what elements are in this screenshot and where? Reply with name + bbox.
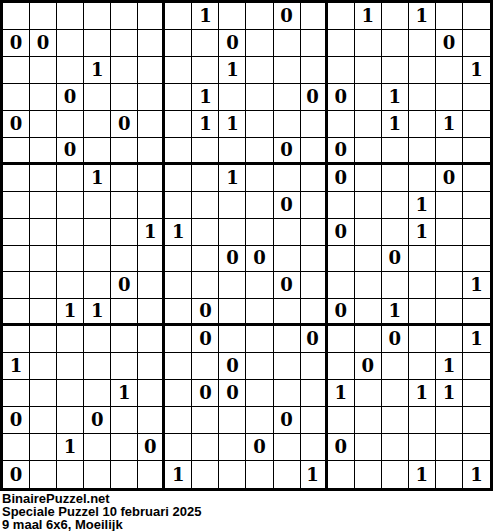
cell-r2-c8-given: 1 [219,57,246,84]
cell-r10-c15[interactable] [409,272,436,299]
cell-r14-c5[interactable] [138,380,165,407]
cell-r14-c12-given: 1 [328,380,355,407]
cell-r10-c12[interactable] [328,272,355,299]
cell-r6-c3-given: 1 [84,165,111,192]
cell-r17-c8[interactable] [219,461,246,488]
cell-r0-c17[interactable] [463,3,490,30]
cell-r9-c11[interactable] [301,246,328,273]
cell-r8-c3[interactable] [84,219,111,246]
cell-r9-c15[interactable] [409,246,436,273]
cell-r14-c0[interactable] [3,380,30,407]
cell-r11-c1[interactable] [30,299,57,326]
cell-r4-c15[interactable] [409,111,436,138]
cell-r9-c17[interactable] [463,246,490,273]
cell-r12-c5[interactable] [138,326,165,353]
cell-r16-c4[interactable] [111,434,138,461]
cell-r15-c0-given: 0 [3,407,30,434]
cell-r4-c1[interactable] [30,111,57,138]
cell-r9-c4[interactable] [111,246,138,273]
cell-r2-c3-given: 1 [84,57,111,84]
cell-r12-c4[interactable] [111,326,138,353]
cell-r10-c14[interactable] [382,272,409,299]
cell-r10-c0[interactable] [3,272,30,299]
cell-r10-c9[interactable] [246,272,273,299]
cell-r8-c9[interactable] [246,219,273,246]
cell-r10-c1[interactable] [30,272,57,299]
cell-r2-c6[interactable] [165,57,192,84]
cell-r17-c12[interactable] [328,461,355,488]
cell-r13-c1[interactable] [30,353,57,380]
cell-r12-c13[interactable] [355,326,382,353]
cell-r16-c13[interactable] [355,434,382,461]
cell-r11-c15[interactable] [409,299,436,326]
cell-r11-c5[interactable] [138,299,165,326]
cell-r8-c8[interactable] [219,219,246,246]
cell-r6-c9[interactable] [246,165,273,192]
cell-r4-c6[interactable] [165,111,192,138]
cell-r13-c2[interactable] [57,353,84,380]
cell-r11-c10[interactable] [274,299,301,326]
cell-r9-c14-given: 0 [382,246,409,273]
cell-r3-c13[interactable] [355,84,382,111]
cell-r5-c8[interactable] [219,138,246,165]
cell-r2-c9[interactable] [246,57,273,84]
cell-r5-c6[interactable] [165,138,192,165]
puzzle-page: 1011000011101001001111000110001110100000… [0,0,493,531]
cell-r16-c15[interactable] [409,434,436,461]
cell-r0-c6[interactable] [165,3,192,30]
cell-r11-c6[interactable] [165,299,192,326]
cell-r11-c0[interactable] [3,299,30,326]
cell-r3-c9[interactable] [246,84,273,111]
cell-r6-c13[interactable] [355,165,382,192]
cell-r3-c12-given: 0 [328,84,355,111]
cell-r17-c13[interactable] [355,461,382,488]
cell-r0-c0[interactable] [3,3,30,30]
cell-r4-c16-given: 1 [436,111,463,138]
cell-r8-c2[interactable] [57,219,84,246]
cell-r5-c12-given: 0 [328,138,355,165]
cell-r8-c0[interactable] [3,219,30,246]
cell-r5-c7[interactable] [192,138,219,165]
cell-r7-c11[interactable] [301,192,328,219]
cell-r13-c11[interactable] [301,353,328,380]
cell-r13-c9[interactable] [246,353,273,380]
cell-r6-c11[interactable] [301,165,328,192]
cell-r7-c13[interactable] [355,192,382,219]
cell-r0-c9[interactable] [246,3,273,30]
cell-r14-c6[interactable] [165,380,192,407]
cell-r8-c7[interactable] [192,219,219,246]
cell-r1-c11[interactable] [301,30,328,57]
cell-r10-c17-given: 1 [463,272,490,299]
cell-r12-c0[interactable] [3,326,30,353]
cell-r7-c15-given: 1 [409,192,436,219]
cell-r9-c2[interactable] [57,246,84,273]
cell-r6-c8-given: 1 [219,165,246,192]
cell-r15-c6[interactable] [165,407,192,434]
cell-r3-c16[interactable] [436,84,463,111]
cell-r1-c15[interactable] [409,30,436,57]
cell-r13-c7[interactable] [192,353,219,380]
cell-r16-c9-given: 0 [246,434,273,461]
cell-r6-c6[interactable] [165,165,192,192]
cell-r10-c2[interactable] [57,272,84,299]
cell-r15-c7[interactable] [192,407,219,434]
cell-r17-c0-given: 0 [3,461,30,488]
cell-r12-c9[interactable] [246,326,273,353]
cell-r7-c0[interactable] [3,192,30,219]
cell-r0-c5[interactable] [138,3,165,30]
cell-r17-c5[interactable] [138,461,165,488]
cell-r17-c4[interactable] [111,461,138,488]
cell-r16-c14[interactable] [382,434,409,461]
cell-r9-c12[interactable] [328,246,355,273]
cell-r0-c4[interactable] [111,3,138,30]
cell-r9-c13[interactable] [355,246,382,273]
cell-r2-c14[interactable] [382,57,409,84]
cell-r8-c13[interactable] [355,219,382,246]
cell-r5-c17[interactable] [463,138,490,165]
cell-r7-c17[interactable] [463,192,490,219]
cell-r2-c16[interactable] [436,57,463,84]
cell-r17-c7[interactable] [192,461,219,488]
cell-r2-c11[interactable] [301,57,328,84]
cell-r11-c7-given: 0 [192,299,219,326]
cell-r10-c3[interactable] [84,272,111,299]
cell-r14-c3[interactable] [84,380,111,407]
cell-r5-c3[interactable] [84,138,111,165]
cell-r7-c14[interactable] [382,192,409,219]
cell-r15-c12[interactable] [328,407,355,434]
cell-r7-c1[interactable] [30,192,57,219]
cell-r8-c4[interactable] [111,219,138,246]
cell-r7-c6[interactable] [165,192,192,219]
cell-r2-c15[interactable] [409,57,436,84]
cell-r8-c6-given: 1 [165,219,192,246]
cell-r17-c14[interactable] [382,461,409,488]
cell-r0-c16[interactable] [436,3,463,30]
cell-r13-c17[interactable] [463,353,490,380]
cell-r1-c9[interactable] [246,30,273,57]
cell-r2-c2[interactable] [57,57,84,84]
cell-r2-c0[interactable] [3,57,30,84]
cell-r15-c5[interactable] [138,407,165,434]
cell-r9-c5[interactable] [138,246,165,273]
cell-r6-c2[interactable] [57,165,84,192]
cell-r14-c11[interactable] [301,380,328,407]
cell-r1-c7[interactable] [192,30,219,57]
cell-r12-c15[interactable] [409,326,436,353]
cell-r7-c9[interactable] [246,192,273,219]
cell-r16-c17[interactable] [463,434,490,461]
cell-r17-c10[interactable] [274,461,301,488]
cell-r6-c15[interactable] [409,165,436,192]
cell-r2-c13[interactable] [355,57,382,84]
cell-r13-c5[interactable] [138,353,165,380]
cell-r6-c16-given: 0 [436,165,463,192]
cell-r9-c0[interactable] [3,246,30,273]
cell-r11-c9[interactable] [246,299,273,326]
cell-r13-c16-given: 1 [436,353,463,380]
cell-r3-c7-given: 1 [192,84,219,111]
cell-r15-c11[interactable] [301,407,328,434]
cell-r7-c12[interactable] [328,192,355,219]
cell-r9-c6[interactable] [165,246,192,273]
cell-r11-c16[interactable] [436,299,463,326]
cell-r2-c1[interactable] [30,57,57,84]
cell-r1-c12[interactable] [328,30,355,57]
cell-r5-c13[interactable] [355,138,382,165]
cell-r0-c2[interactable] [57,3,84,30]
cell-r2-c7[interactable] [192,57,219,84]
cell-r7-c8[interactable] [219,192,246,219]
cell-r10-c8[interactable] [219,272,246,299]
cell-r8-c17[interactable] [463,219,490,246]
cell-r12-c11-given: 0 [301,326,328,353]
cell-r3-c15[interactable] [409,84,436,111]
cell-r15-c14[interactable] [382,407,409,434]
cell-r12-c3[interactable] [84,326,111,353]
cell-r13-c13-given: 0 [355,353,382,380]
cell-r1-c1-given: 0 [30,30,57,57]
cell-r15-c9[interactable] [246,407,273,434]
cell-r14-c10[interactable] [274,380,301,407]
cell-r7-c4[interactable] [111,192,138,219]
cell-r3-c4[interactable] [111,84,138,111]
cell-r8-c10[interactable] [274,219,301,246]
cell-r17-c16[interactable] [436,461,463,488]
cell-r9-c16[interactable] [436,246,463,273]
cell-r14-c14[interactable] [382,380,409,407]
cell-r1-c17[interactable] [463,30,490,57]
cell-r15-c1[interactable] [30,407,57,434]
cell-r12-c8[interactable] [219,326,246,353]
cell-r8-c16[interactable] [436,219,463,246]
cell-r13-c3[interactable] [84,353,111,380]
cell-r4-c10[interactable] [274,111,301,138]
cell-r4-c5[interactable] [138,111,165,138]
cell-r4-c17[interactable] [463,111,490,138]
cell-r11-c11[interactable] [301,299,328,326]
cell-r14-c8-given: 0 [219,380,246,407]
cell-r13-c14[interactable] [382,353,409,380]
cell-r17-c1[interactable] [30,461,57,488]
cell-r1-c10[interactable] [274,30,301,57]
cell-r13-c8-given: 0 [219,353,246,380]
cell-r9-c1[interactable] [30,246,57,273]
cell-r13-c10[interactable] [274,353,301,380]
cell-r2-c10[interactable] [274,57,301,84]
cell-r5-c11[interactable] [301,138,328,165]
cell-r11-c4[interactable] [111,299,138,326]
cell-r7-c10-given: 0 [274,192,301,219]
cell-r9-c3[interactable] [84,246,111,273]
cell-r10-c4-given: 0 [111,272,138,299]
cell-r1-c14[interactable] [382,30,409,57]
cell-r16-c1[interactable] [30,434,57,461]
cell-r14-c17[interactable] [463,380,490,407]
cell-r13-c12[interactable] [328,353,355,380]
cell-r7-c2[interactable] [57,192,84,219]
cell-r0-c12[interactable] [328,3,355,30]
cell-r12-c12[interactable] [328,326,355,353]
cell-r1-c5[interactable] [138,30,165,57]
cell-r10-c16[interactable] [436,272,463,299]
cell-r15-c13[interactable] [355,407,382,434]
cell-r16-c3[interactable] [84,434,111,461]
cell-r7-c5[interactable] [138,192,165,219]
cell-r5-c4[interactable] [111,138,138,165]
cell-r15-c10-given: 0 [274,407,301,434]
cell-r8-c14[interactable] [382,219,409,246]
cell-r6-c0[interactable] [3,165,30,192]
cell-r3-c3[interactable] [84,84,111,111]
cell-r1-c4[interactable] [111,30,138,57]
cell-r9-c7[interactable] [192,246,219,273]
cell-r5-c9[interactable] [246,138,273,165]
cell-r0-c14[interactable] [382,3,409,30]
cell-r12-c2[interactable] [57,326,84,353]
cell-r6-c1[interactable] [30,165,57,192]
cell-r3-c0[interactable] [3,84,30,111]
cell-r8-c15-given: 1 [409,219,436,246]
cell-r11-c3-given: 1 [84,299,111,326]
cell-r7-c3[interactable] [84,192,111,219]
cell-r11-c13[interactable] [355,299,382,326]
cell-r1-c2[interactable] [57,30,84,57]
cell-r13-c6[interactable] [165,353,192,380]
cell-r12-c6[interactable] [165,326,192,353]
cell-r10-c5[interactable] [138,272,165,299]
cell-r7-c16[interactable] [436,192,463,219]
cell-r4-c8-given: 1 [219,111,246,138]
cell-r6-c5[interactable] [138,165,165,192]
cell-r12-c14-given: 0 [382,326,409,353]
cell-r3-c17[interactable] [463,84,490,111]
cell-r4-c0-given: 0 [3,111,30,138]
cell-r6-c4[interactable] [111,165,138,192]
cell-r14-c2[interactable] [57,380,84,407]
cell-r8-c11[interactable] [301,219,328,246]
cell-r6-c17[interactable] [463,165,490,192]
cell-r1-c13[interactable] [355,30,382,57]
cell-r0-c3[interactable] [84,3,111,30]
cell-r15-c17[interactable] [463,407,490,434]
cell-r4-c3[interactable] [84,111,111,138]
cell-r4-c11[interactable] [301,111,328,138]
cell-r1-c6[interactable] [165,30,192,57]
cell-r16-c10[interactable] [274,434,301,461]
cell-r17-c2[interactable] [57,461,84,488]
cell-r14-c9[interactable] [246,380,273,407]
cell-r2-c5[interactable] [138,57,165,84]
cell-r13-c15[interactable] [409,353,436,380]
cell-r2-c4[interactable] [111,57,138,84]
cell-r12-c7-given: 0 [192,326,219,353]
cell-r4-c7-given: 1 [192,111,219,138]
cell-r8-c1[interactable] [30,219,57,246]
cell-r7-c7[interactable] [192,192,219,219]
cell-r16-c6[interactable] [165,434,192,461]
cell-r12-c10[interactable] [274,326,301,353]
cell-r3-c6[interactable] [165,84,192,111]
cell-r11-c8[interactable] [219,299,246,326]
cell-r5-c1[interactable] [30,138,57,165]
cell-r2-c12[interactable] [328,57,355,84]
cell-r4-c12[interactable] [328,111,355,138]
cell-r15-c16[interactable] [436,407,463,434]
cell-r17-c15-given: 1 [409,461,436,488]
cell-r4-c9[interactable] [246,111,273,138]
cell-r14-c16-given: 1 [436,380,463,407]
cell-r5-c0[interactable] [3,138,30,165]
cell-r17-c17-given: 1 [463,461,490,488]
cell-r5-c2-given: 0 [57,138,84,165]
cell-r17-c3[interactable] [84,461,111,488]
cell-r10-c7[interactable] [192,272,219,299]
cell-r11-c12-given: 0 [328,299,355,326]
cell-r16-c0[interactable] [3,434,30,461]
cell-r3-c5[interactable] [138,84,165,111]
cell-r17-c9[interactable] [246,461,273,488]
cell-r17-c6-given: 1 [165,461,192,488]
cell-r16-c7[interactable] [192,434,219,461]
cell-r6-c14[interactable] [382,165,409,192]
cell-r16-c11[interactable] [301,434,328,461]
cell-r9-c10[interactable] [274,246,301,273]
cell-r14-c13[interactable] [355,380,382,407]
cell-r6-c10[interactable] [274,165,301,192]
cell-r5-c14[interactable] [382,138,409,165]
cell-r3-c8[interactable] [219,84,246,111]
cell-r8-c5-given: 1 [138,219,165,246]
cell-r0-c11[interactable] [301,3,328,30]
cell-r3-c10[interactable] [274,84,301,111]
cell-r4-c13[interactable] [355,111,382,138]
cell-r1-c3[interactable] [84,30,111,57]
cell-r14-c1[interactable] [30,380,57,407]
cell-r0-c8[interactable] [219,3,246,30]
cell-r10-c11[interactable] [301,272,328,299]
cell-r1-c16-given: 0 [436,30,463,57]
cell-r12-c1[interactable] [30,326,57,353]
cell-r16-c12-given: 0 [328,434,355,461]
cell-r3-c1[interactable] [30,84,57,111]
cell-r10-c6[interactable] [165,272,192,299]
cell-r12-c16[interactable] [436,326,463,353]
cell-r15-c4[interactable] [111,407,138,434]
cell-r11-c17[interactable] [463,299,490,326]
cell-r8-c12-given: 0 [328,219,355,246]
cell-r16-c8[interactable] [219,434,246,461]
cell-r15-c2[interactable] [57,407,84,434]
cell-r10-c13[interactable] [355,272,382,299]
cell-r16-c16[interactable] [436,434,463,461]
cell-r15-c15[interactable] [409,407,436,434]
cell-r5-c5[interactable] [138,138,165,165]
cell-r5-c16[interactable] [436,138,463,165]
cell-r13-c4[interactable] [111,353,138,380]
cell-r5-c10-given: 0 [274,138,301,165]
cell-r0-c1[interactable] [30,3,57,30]
cell-r15-c8[interactable] [219,407,246,434]
cell-r14-c4-given: 1 [111,380,138,407]
puzzle-info: 9 maal 6x6, Moeilijk [2,518,493,531]
cell-r6-c7[interactable] [192,165,219,192]
cell-r5-c15[interactable] [409,138,436,165]
cell-r4-c2[interactable] [57,111,84,138]
